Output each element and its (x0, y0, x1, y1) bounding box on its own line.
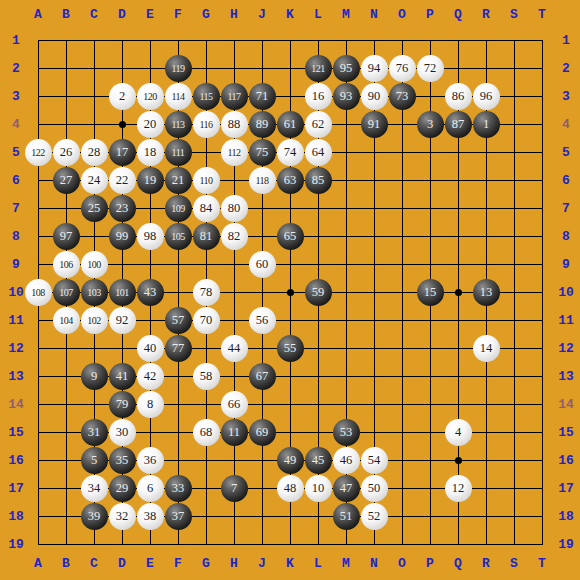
move-number: 31 (88, 425, 101, 440)
col-label-bottom-F: F (166, 557, 190, 570)
move-number: 37 (172, 509, 185, 524)
move-number: 106 (59, 259, 73, 270)
move-number: 12 (452, 481, 465, 496)
col-label-top-E: E (138, 8, 162, 21)
move-number: 103 (87, 287, 101, 298)
row-label-left-9: 9 (4, 258, 28, 271)
move-number: 44 (228, 341, 241, 356)
move-number: 58 (200, 369, 213, 384)
stone-black-59: 59 (305, 279, 332, 306)
stone-white-80: 80 (221, 195, 248, 222)
stone-black-11: 11 (221, 419, 248, 446)
col-label-bottom-K: K (278, 557, 302, 570)
move-number: 110 (199, 175, 212, 186)
stone-black-21: 21 (165, 167, 192, 194)
stone-white-8: 8 (137, 391, 164, 418)
stone-black-109: 109 (165, 195, 192, 222)
move-number: 69 (256, 425, 269, 440)
stone-black-91: 91 (361, 111, 388, 138)
move-number: 26 (60, 145, 73, 160)
move-number: 28 (88, 145, 101, 160)
move-number: 59 (312, 285, 325, 300)
stone-black-101: 101 (109, 279, 136, 306)
stone-black-73: 73 (389, 83, 416, 110)
stone-black-1: 1 (473, 111, 500, 138)
stone-white-32: 32 (109, 503, 136, 530)
stone-white-74: 74 (277, 139, 304, 166)
stone-black-67: 67 (249, 363, 276, 390)
stone-white-110: 110 (193, 167, 220, 194)
stone-white-52: 52 (361, 503, 388, 530)
col-label-top-N: N (362, 8, 386, 21)
row-label-left-16: 16 (4, 454, 28, 467)
move-number: 67 (256, 369, 269, 384)
move-number: 21 (172, 173, 185, 188)
stone-black-69: 69 (249, 419, 276, 446)
stone-white-20: 20 (137, 111, 164, 138)
stone-black-55: 55 (277, 335, 304, 362)
stone-black-15: 15 (417, 279, 444, 306)
col-label-bottom-S: S (502, 557, 526, 570)
move-number: 11 (228, 425, 240, 440)
move-number: 85 (312, 173, 325, 188)
move-number: 4 (455, 425, 461, 440)
col-label-bottom-N: N (362, 557, 386, 570)
move-number: 105 (171, 231, 185, 242)
move-number: 34 (88, 481, 101, 496)
stone-white-38: 38 (137, 503, 164, 530)
col-label-top-F: F (166, 8, 190, 21)
move-number: 88 (228, 117, 241, 132)
stone-black-57: 57 (165, 307, 192, 334)
move-number: 7 (231, 481, 237, 496)
stone-black-77: 77 (165, 335, 192, 362)
move-number: 60 (256, 257, 269, 272)
stone-black-111: 111 (165, 139, 192, 166)
stone-white-94: 94 (361, 55, 388, 82)
move-number: 18 (144, 145, 157, 160)
move-number: 50 (368, 481, 381, 496)
stone-white-44: 44 (221, 335, 248, 362)
move-number: 40 (144, 341, 157, 356)
go-board[interactable]: AABBCCDDEEFFGGHHJJKKLLMMNNOOPPQQRRSSTT11… (0, 0, 580, 580)
move-number: 104 (59, 315, 73, 326)
move-number: 94 (368, 61, 381, 76)
stone-black-51: 51 (333, 503, 360, 530)
row-label-left-11: 11 (4, 314, 28, 327)
move-number: 114 (171, 91, 184, 102)
row-label-left-8: 8 (4, 230, 28, 243)
move-number: 112 (227, 147, 240, 158)
move-number: 55 (284, 341, 297, 356)
move-number: 107 (59, 287, 73, 298)
col-label-top-G: G (194, 8, 218, 21)
stone-black-75: 75 (249, 139, 276, 166)
move-number: 56 (256, 313, 269, 328)
col-label-top-C: C (82, 8, 106, 21)
stone-white-78: 78 (193, 279, 220, 306)
move-number: 66 (228, 397, 241, 412)
move-number: 89 (256, 117, 269, 132)
move-number: 24 (88, 173, 101, 188)
stone-black-63: 63 (277, 167, 304, 194)
stone-black-121: 121 (305, 55, 332, 82)
stone-black-89: 89 (249, 111, 276, 138)
move-number: 120 (143, 91, 157, 102)
stone-white-100: 100 (81, 251, 108, 278)
col-label-top-B: B (54, 8, 78, 21)
row-label-right-14: 14 (554, 398, 578, 411)
row-label-left-17: 17 (4, 482, 28, 495)
stone-white-72: 72 (417, 55, 444, 82)
stone-black-71: 71 (249, 83, 276, 110)
col-label-bottom-E: E (138, 557, 162, 570)
col-label-bottom-O: O (390, 557, 414, 570)
move-number: 122 (31, 147, 45, 158)
col-label-top-L: L (306, 8, 330, 21)
stone-black-13: 13 (473, 279, 500, 306)
col-label-bottom-G: G (194, 557, 218, 570)
stone-white-64: 64 (305, 139, 332, 166)
row-label-left-3: 3 (4, 90, 28, 103)
col-label-bottom-D: D (110, 557, 134, 570)
stone-white-42: 42 (137, 363, 164, 390)
stone-white-16: 16 (305, 83, 332, 110)
stone-black-49: 49 (277, 447, 304, 474)
move-number: 116 (199, 119, 212, 130)
move-number: 93 (340, 89, 353, 104)
row-label-right-5: 5 (554, 146, 578, 159)
row-label-left-4: 4 (4, 118, 28, 131)
stone-white-98: 98 (137, 223, 164, 250)
stone-white-18: 18 (137, 139, 164, 166)
stone-white-34: 34 (81, 475, 108, 502)
move-number: 29 (116, 481, 129, 496)
stone-white-108: 108 (25, 279, 52, 306)
move-number: 80 (228, 201, 241, 216)
move-number: 109 (171, 203, 185, 214)
col-label-top-A: A (26, 8, 50, 21)
stone-black-17: 17 (109, 139, 136, 166)
stone-black-35: 35 (109, 447, 136, 474)
stone-white-56: 56 (249, 307, 276, 334)
stone-white-82: 82 (221, 223, 248, 250)
move-number: 53 (340, 425, 353, 440)
move-number: 23 (116, 201, 129, 216)
col-label-bottom-L: L (306, 557, 330, 570)
stone-white-10: 10 (305, 475, 332, 502)
move-number: 61 (284, 117, 297, 132)
col-label-bottom-M: M (334, 557, 358, 570)
move-number: 3 (427, 117, 433, 132)
move-number: 119 (171, 63, 184, 74)
move-number: 42 (144, 369, 157, 384)
move-number: 84 (200, 201, 213, 216)
move-number: 90 (368, 89, 381, 104)
move-number: 20 (144, 117, 157, 132)
move-number: 17 (116, 145, 129, 160)
stone-black-105: 105 (165, 223, 192, 250)
stone-black-29: 29 (109, 475, 136, 502)
move-number: 118 (255, 175, 268, 186)
move-number: 78 (200, 285, 213, 300)
stone-black-43: 43 (137, 279, 164, 306)
move-number: 62 (312, 117, 325, 132)
row-label-right-16: 16 (554, 454, 578, 467)
move-number: 32 (116, 509, 129, 524)
row-label-left-13: 13 (4, 370, 28, 383)
stone-white-12: 12 (445, 475, 472, 502)
stone-black-107: 107 (53, 279, 80, 306)
stone-black-99: 99 (109, 223, 136, 250)
move-number: 13 (480, 285, 493, 300)
stone-white-50: 50 (361, 475, 388, 502)
row-label-left-18: 18 (4, 510, 28, 523)
move-number: 9 (91, 369, 97, 384)
stone-white-96: 96 (473, 83, 500, 110)
row-label-right-2: 2 (554, 62, 578, 75)
stone-white-116: 116 (193, 111, 220, 138)
stone-black-53: 53 (333, 419, 360, 446)
stone-black-79: 79 (109, 391, 136, 418)
stone-black-9: 9 (81, 363, 108, 390)
col-label-top-H: H (222, 8, 246, 21)
stone-white-60: 60 (249, 251, 276, 278)
row-label-right-17: 17 (554, 482, 578, 495)
stone-white-90: 90 (361, 83, 388, 110)
move-number: 41 (116, 369, 129, 384)
move-number: 54 (368, 453, 381, 468)
move-number: 95 (340, 61, 353, 76)
col-label-bottom-C: C (82, 557, 106, 570)
stone-white-36: 36 (137, 447, 164, 474)
col-label-top-T: T (530, 8, 554, 21)
move-number: 30 (116, 425, 129, 440)
move-number: 1 (483, 117, 489, 132)
stone-white-48: 48 (277, 475, 304, 502)
move-number: 121 (311, 63, 325, 74)
col-label-top-D: D (110, 8, 134, 21)
stone-black-95: 95 (333, 55, 360, 82)
move-number: 14 (480, 341, 493, 356)
stone-black-65: 65 (277, 223, 304, 250)
move-number: 52 (368, 509, 381, 524)
move-number: 74 (284, 145, 297, 160)
stone-black-87: 87 (445, 111, 472, 138)
grid-line-horizontal (38, 544, 543, 545)
move-number: 36 (144, 453, 157, 468)
move-number: 8 (147, 397, 153, 412)
row-label-right-12: 12 (554, 342, 578, 355)
stone-black-81: 81 (193, 223, 220, 250)
col-label-bottom-B: B (54, 557, 78, 570)
col-label-bottom-T: T (530, 557, 554, 570)
stone-white-62: 62 (305, 111, 332, 138)
stone-white-102: 102 (81, 307, 108, 334)
move-number: 99 (116, 229, 129, 244)
move-number: 2 (119, 89, 125, 104)
stone-white-118: 118 (249, 167, 276, 194)
stone-white-4: 4 (445, 419, 472, 446)
stone-white-92: 92 (109, 307, 136, 334)
row-label-left-1: 1 (4, 34, 28, 47)
move-number: 19 (144, 173, 157, 188)
stone-white-88: 88 (221, 111, 248, 138)
move-number: 75 (256, 145, 269, 160)
stone-black-39: 39 (81, 503, 108, 530)
move-number: 91 (368, 117, 381, 132)
move-number: 5 (91, 453, 97, 468)
stone-white-6: 6 (137, 475, 164, 502)
stone-black-3: 3 (417, 111, 444, 138)
row-label-left-6: 6 (4, 174, 28, 187)
stone-black-23: 23 (109, 195, 136, 222)
col-label-bottom-Q: Q (446, 557, 470, 570)
stone-black-7: 7 (221, 475, 248, 502)
move-number: 86 (452, 89, 465, 104)
move-number: 38 (144, 509, 157, 524)
grid-line-vertical (514, 40, 515, 545)
move-number: 25 (88, 201, 101, 216)
grid-line-vertical (402, 40, 403, 545)
stone-white-70: 70 (193, 307, 220, 334)
stone-black-27: 27 (53, 167, 80, 194)
col-label-top-R: R (474, 8, 498, 21)
row-label-left-19: 19 (4, 538, 28, 551)
row-label-right-18: 18 (554, 510, 578, 523)
stone-white-86: 86 (445, 83, 472, 110)
stone-white-66: 66 (221, 391, 248, 418)
move-number: 100 (87, 259, 101, 270)
stone-white-22: 22 (109, 167, 136, 194)
move-number: 68 (200, 425, 213, 440)
row-label-left-15: 15 (4, 426, 28, 439)
move-number: 113 (171, 119, 184, 130)
move-number: 27 (60, 173, 73, 188)
move-number: 48 (284, 481, 297, 496)
col-label-top-P: P (418, 8, 442, 21)
stone-white-26: 26 (53, 139, 80, 166)
stone-black-19: 19 (137, 167, 164, 194)
stone-white-68: 68 (193, 419, 220, 446)
row-label-right-3: 3 (554, 90, 578, 103)
move-number: 79 (116, 397, 129, 412)
move-number: 87 (452, 117, 465, 132)
row-label-right-9: 9 (554, 258, 578, 271)
col-label-bottom-P: P (418, 557, 442, 570)
move-number: 49 (284, 453, 297, 468)
row-label-left-14: 14 (4, 398, 28, 411)
move-number: 15 (424, 285, 437, 300)
stone-white-54: 54 (361, 447, 388, 474)
star-point (455, 289, 462, 296)
row-label-right-13: 13 (554, 370, 578, 383)
stone-white-84: 84 (193, 195, 220, 222)
col-label-bottom-J: J (250, 557, 274, 570)
stone-black-115: 115 (193, 83, 220, 110)
col-label-bottom-A: A (26, 557, 50, 570)
move-number: 33 (172, 481, 185, 496)
stone-black-37: 37 (165, 503, 192, 530)
move-number: 10 (312, 481, 325, 496)
move-number: 115 (199, 91, 212, 102)
move-number: 16 (312, 89, 325, 104)
move-number: 98 (144, 229, 157, 244)
stone-black-113: 113 (165, 111, 192, 138)
stone-black-97: 97 (53, 223, 80, 250)
move-number: 108 (31, 287, 45, 298)
move-number: 57 (172, 313, 185, 328)
stone-black-93: 93 (333, 83, 360, 110)
stone-white-40: 40 (137, 335, 164, 362)
move-number: 65 (284, 229, 297, 244)
move-number: 43 (144, 285, 157, 300)
move-number: 63 (284, 173, 297, 188)
stone-black-103: 103 (81, 279, 108, 306)
move-number: 71 (256, 89, 269, 104)
move-number: 82 (228, 229, 241, 244)
stone-white-28: 28 (81, 139, 108, 166)
stone-black-47: 47 (333, 475, 360, 502)
stone-black-85: 85 (305, 167, 332, 194)
move-number: 101 (115, 287, 129, 298)
stone-white-76: 76 (389, 55, 416, 82)
stone-white-30: 30 (109, 419, 136, 446)
move-number: 46 (340, 453, 353, 468)
row-label-right-15: 15 (554, 426, 578, 439)
star-point (119, 121, 126, 128)
move-number: 70 (200, 313, 213, 328)
move-number: 73 (396, 89, 409, 104)
row-label-left-2: 2 (4, 62, 28, 75)
move-number: 102 (87, 315, 101, 326)
col-label-bottom-H: H (222, 557, 246, 570)
move-number: 76 (396, 61, 409, 76)
move-number: 45 (312, 453, 325, 468)
stone-white-2: 2 (109, 83, 136, 110)
col-label-top-O: O (390, 8, 414, 21)
move-number: 39 (88, 509, 101, 524)
row-label-right-7: 7 (554, 202, 578, 215)
stone-black-45: 45 (305, 447, 332, 474)
row-label-left-12: 12 (4, 342, 28, 355)
stone-black-117: 117 (221, 83, 248, 110)
row-label-left-7: 7 (4, 202, 28, 215)
move-number: 35 (116, 453, 129, 468)
move-number: 47 (340, 481, 353, 496)
col-label-top-Q: Q (446, 8, 470, 21)
grid-line-vertical (542, 40, 543, 545)
col-label-top-J: J (250, 8, 274, 21)
row-label-right-10: 10 (554, 286, 578, 299)
stone-white-112: 112 (221, 139, 248, 166)
stone-white-14: 14 (473, 335, 500, 362)
move-number: 64 (312, 145, 325, 160)
stone-black-25: 25 (81, 195, 108, 222)
move-number: 72 (424, 61, 437, 76)
stone-black-5: 5 (81, 447, 108, 474)
stone-white-46: 46 (333, 447, 360, 474)
row-label-right-8: 8 (554, 230, 578, 243)
move-number: 6 (147, 481, 153, 496)
move-number: 96 (480, 89, 493, 104)
stone-white-106: 106 (53, 251, 80, 278)
stone-black-33: 33 (165, 475, 192, 502)
stone-black-119: 119 (165, 55, 192, 82)
move-number: 81 (200, 229, 213, 244)
row-label-right-1: 1 (554, 34, 578, 47)
move-number: 111 (172, 147, 185, 158)
